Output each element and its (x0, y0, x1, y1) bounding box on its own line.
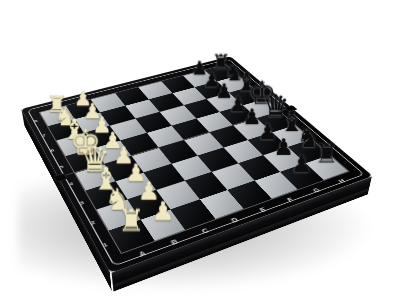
black-pawn-g1[interactable]: ♟ (286, 152, 317, 176)
white-rook-a1[interactable]: ♜ (114, 205, 149, 235)
white-pawn-b1[interactable]: ♟ (145, 199, 179, 225)
photo-stage: ABCDEFGH 87654321 ♜♟♟♜♞♟♟♞♝♟♟♝♚♟♟♚♛♟♟♛♝♟… (0, 0, 400, 299)
